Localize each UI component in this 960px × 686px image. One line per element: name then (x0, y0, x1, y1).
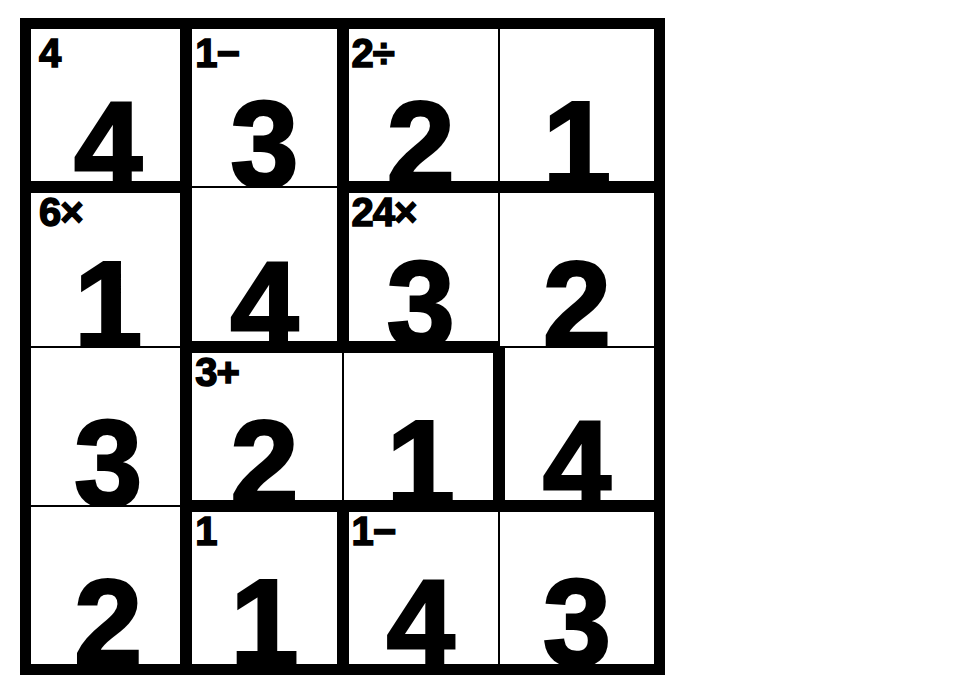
cell-r4c1[interactable]: 2 (31, 507, 185, 664)
cell-r4c2[interactable]: 11 (187, 507, 341, 664)
cell-r1c1[interactable]: 44 (31, 29, 185, 186)
cell-value: 3 (31, 403, 185, 505)
cell-value: 1 (344, 403, 498, 505)
cell-value: 4 (344, 562, 498, 664)
cell-value: 2 (344, 84, 498, 186)
cell-r2c2[interactable]: 4 (187, 188, 341, 345)
cell-value: 4 (187, 244, 341, 346)
cell-value: 3 (344, 244, 498, 346)
cell-r4c4[interactable]: 3 (500, 507, 654, 664)
cell-value: 4 (500, 403, 654, 505)
cell-value: 4 (31, 84, 185, 186)
cell-r3c1[interactable]: 3 (31, 348, 185, 505)
cell-r2c4[interactable]: 2 (500, 188, 654, 345)
cage-clue: 1 (195, 511, 216, 551)
cell-r1c3[interactable]: 2÷2 (344, 29, 498, 186)
cage-clue: 3+ (195, 352, 239, 392)
cell-value: 1 (187, 562, 341, 664)
cell-r2c3[interactable]: 24×3 (344, 188, 498, 345)
cage-clue: 1− (352, 511, 396, 551)
kenken-board: 441−32÷216×1424×3233+2142111−43 (20, 18, 665, 675)
cell-value: 1 (31, 244, 185, 346)
cage-clue: 1− (195, 33, 239, 73)
cage-clue: 2÷ (352, 33, 394, 73)
cell-value: 2 (500, 244, 654, 346)
cell-r1c2[interactable]: 1−3 (187, 29, 341, 186)
cage-clue: 6× (39, 192, 83, 232)
cell-value: 2 (187, 403, 341, 505)
cell-r3c4[interactable]: 4 (500, 348, 654, 505)
cage-clue: 4 (39, 33, 60, 73)
cell-r1c4[interactable]: 1 (500, 29, 654, 186)
cell-value: 2 (31, 562, 185, 664)
cell-r2c1[interactable]: 6×1 (31, 188, 185, 345)
cell-r3c3[interactable]: 1 (344, 348, 498, 505)
cell-value: 1 (500, 84, 654, 186)
cell-value: 3 (500, 562, 654, 664)
cell-value: 3 (187, 84, 341, 186)
cell-r4c3[interactable]: 1−4 (344, 507, 498, 664)
cell-r3c2[interactable]: 3+2 (187, 348, 341, 505)
cage-clue: 24× (352, 192, 417, 232)
